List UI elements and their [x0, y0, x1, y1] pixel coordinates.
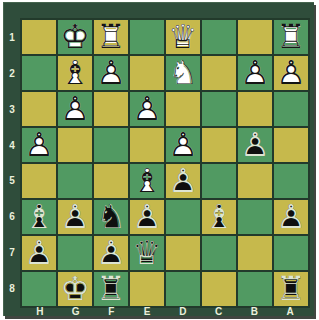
square-g2[interactable]: ♝♗	[58, 56, 92, 90]
square-a2[interactable]: ♟♙	[274, 56, 308, 90]
piece-white-pawn[interactable]: ♟♙	[22, 128, 56, 162]
square-e5[interactable]: ♝♗	[130, 164, 164, 198]
king-icon: ♚	[58, 18, 92, 56]
king-outline-icon: ♔	[58, 18, 92, 56]
knight-icon: ♞	[94, 198, 128, 236]
rank-labels: 12345678	[4, 20, 20, 306]
square-d7[interactable]	[166, 236, 200, 270]
piece-black-pawn[interactable]: ♟♙	[58, 200, 92, 234]
square-a6[interactable]: ♟♙	[274, 200, 308, 234]
rook-icon: ♜	[274, 18, 308, 56]
rook-icon: ♜	[94, 18, 128, 56]
square-e4[interactable]	[130, 128, 164, 162]
piece-black-king[interactable]: ♚♔	[58, 272, 92, 306]
piece-white-bishop[interactable]: ♝♗	[130, 164, 164, 198]
file-label-h: H	[22, 307, 58, 317]
square-b2[interactable]: ♟♙	[238, 56, 272, 90]
square-g7[interactable]	[58, 236, 92, 270]
piece-black-pawn[interactable]: ♟♙	[94, 236, 128, 270]
bishop-icon: ♝	[130, 162, 164, 200]
square-c1[interactable]	[202, 20, 236, 54]
pawn-outline-icon: ♙	[238, 126, 272, 164]
pawn-icon: ♟	[94, 234, 128, 272]
rank-label-2: 2	[4, 56, 20, 92]
king-icon: ♚	[58, 270, 92, 308]
piece-black-pawn[interactable]: ♟♙	[166, 164, 200, 198]
square-c7[interactable]	[202, 236, 236, 270]
square-f3[interactable]	[94, 92, 128, 126]
king-outline-icon: ♔	[58, 270, 92, 308]
file-label-a: A	[272, 307, 308, 317]
piece-white-bishop[interactable]: ♝♗	[58, 56, 92, 90]
queen-icon: ♛	[166, 18, 200, 56]
pawn-icon: ♟	[238, 126, 272, 164]
pawn-outline-icon: ♙	[130, 90, 164, 128]
rank-label-7: 7	[4, 235, 20, 271]
knight-outline-icon: ♘	[166, 54, 200, 92]
square-a4[interactable]	[274, 128, 308, 162]
square-c6[interactable]: ♝♗	[202, 200, 236, 234]
square-e7[interactable]: ♛♕	[130, 236, 164, 270]
square-c8[interactable]	[202, 272, 236, 306]
square-f6[interactable]: ♞♘	[94, 200, 128, 234]
file-label-e: E	[129, 307, 165, 317]
rank-label-8: 8	[4, 270, 20, 306]
square-b7[interactable]	[238, 236, 272, 270]
square-c3[interactable]	[202, 92, 236, 126]
piece-black-queen[interactable]: ♛♕	[130, 236, 164, 270]
pawn-icon: ♟	[22, 126, 56, 164]
pawn-icon: ♟	[130, 198, 164, 236]
bishop-icon: ♝	[202, 198, 236, 236]
square-a1[interactable]: ♜♖	[274, 20, 308, 54]
queen-outline-icon: ♕	[130, 234, 164, 272]
square-d5[interactable]: ♟♙	[166, 164, 200, 198]
pawn-icon: ♟	[58, 90, 92, 128]
rank-label-1: 1	[4, 20, 20, 56]
square-d1[interactable]: ♛♕	[166, 20, 200, 54]
piece-white-pawn[interactable]: ♟♙	[238, 56, 272, 90]
rank-label-3: 3	[4, 92, 20, 128]
square-h6[interactable]: ♝♗	[22, 200, 56, 234]
square-b6[interactable]	[238, 200, 272, 234]
square-h8[interactable]	[22, 272, 56, 306]
square-d2[interactable]: ♞♘	[166, 56, 200, 90]
square-h5[interactable]	[22, 164, 56, 198]
square-a7[interactable]	[274, 236, 308, 270]
piece-black-bishop[interactable]: ♝♗	[22, 200, 56, 234]
pawn-outline-icon: ♙	[166, 126, 200, 164]
square-a5[interactable]	[274, 164, 308, 198]
square-g6[interactable]: ♟♙	[58, 200, 92, 234]
pawn-outline-icon: ♙	[58, 198, 92, 236]
pawn-outline-icon: ♙	[22, 126, 56, 164]
pawn-outline-icon: ♙	[274, 198, 308, 236]
pawn-outline-icon: ♙	[130, 198, 164, 236]
square-f2[interactable]: ♟♙	[94, 56, 128, 90]
knight-icon: ♞	[166, 54, 200, 92]
piece-black-bishop[interactable]: ♝♗	[202, 200, 236, 234]
rook-icon: ♜	[274, 270, 308, 308]
square-a3[interactable]	[274, 92, 308, 126]
piece-black-pawn[interactable]: ♟♙	[238, 128, 272, 162]
file-label-b: B	[237, 307, 273, 317]
pawn-icon: ♟	[58, 198, 92, 236]
square-h1[interactable]	[22, 20, 56, 54]
rank-label-4: 4	[4, 127, 20, 163]
piece-black-pawn[interactable]: ♟♙	[274, 200, 308, 234]
square-b4[interactable]: ♟♙	[238, 128, 272, 162]
piece-black-knight[interactable]: ♞♘	[94, 200, 128, 234]
piece-white-knight[interactable]: ♞♘	[166, 56, 200, 90]
pawn-icon: ♟	[238, 54, 272, 92]
square-f7[interactable]: ♟♙	[94, 236, 128, 270]
square-f4[interactable]	[94, 128, 128, 162]
square-e2[interactable]	[130, 56, 164, 90]
piece-white-king[interactable]: ♚♔	[58, 20, 92, 54]
square-e3[interactable]: ♟♙	[130, 92, 164, 126]
square-g1[interactable]: ♚♔	[58, 20, 92, 54]
piece-white-pawn[interactable]: ♟♙	[166, 128, 200, 162]
bishop-icon: ♝	[58, 54, 92, 92]
pawn-icon: ♟	[130, 90, 164, 128]
pawn-icon: ♟	[94, 54, 128, 92]
piece-black-pawn[interactable]: ♟♙	[130, 200, 164, 234]
square-g3[interactable]: ♟♙	[58, 92, 92, 126]
pawn-icon: ♟	[166, 126, 200, 164]
square-h2[interactable]	[22, 56, 56, 90]
square-f1[interactable]: ♜♖	[94, 20, 128, 54]
square-g4[interactable]	[58, 128, 92, 162]
square-h7[interactable]: ♟♙	[22, 236, 56, 270]
rook-icon: ♜	[94, 270, 128, 308]
board-grid: ♚♔♜♖♛♕♜♖♝♗♟♙♞♘♟♙♟♙♟♙♟♙♟♙♟♙♟♙♝♗♟♙♝♗♟♙♞♘♟♙…	[20, 18, 310, 308]
square-e1[interactable]	[130, 20, 164, 54]
queen-outline-icon: ♕	[166, 18, 200, 56]
bishop-outline-icon: ♗	[22, 198, 56, 236]
pawn-outline-icon: ♙	[238, 54, 272, 92]
bishop-outline-icon: ♗	[202, 198, 236, 236]
piece-black-rook[interactable]: ♜♖	[94, 272, 128, 306]
file-labels: HGFEDCBA	[22, 307, 308, 317]
bishop-outline-icon: ♗	[58, 54, 92, 92]
piece-white-pawn[interactable]: ♟♙	[94, 56, 128, 90]
pawn-icon: ♟	[166, 162, 200, 200]
square-b8[interactable]	[238, 272, 272, 306]
square-b1[interactable]	[238, 20, 272, 54]
bishop-outline-icon: ♗	[130, 162, 164, 200]
rook-outline-icon: ♖	[274, 270, 308, 308]
piece-black-pawn[interactable]: ♟♙	[22, 236, 56, 270]
piece-white-pawn[interactable]: ♟♙	[130, 92, 164, 126]
queen-icon: ♛	[130, 234, 164, 272]
square-d8[interactable]	[166, 272, 200, 306]
pawn-icon: ♟	[274, 198, 308, 236]
pawn-outline-icon: ♙	[22, 234, 56, 272]
piece-black-rook[interactable]: ♜♖	[274, 272, 308, 306]
square-h3[interactable]	[22, 92, 56, 126]
knight-outline-icon: ♘	[94, 198, 128, 236]
square-c2[interactable]	[202, 56, 236, 90]
square-e6[interactable]: ♟♙	[130, 200, 164, 234]
pawn-icon: ♟	[22, 234, 56, 272]
pawn-outline-icon: ♙	[94, 234, 128, 272]
square-f8[interactable]: ♜♖	[94, 272, 128, 306]
piece-white-queen[interactable]: ♛♕	[166, 20, 200, 54]
piece-white-pawn[interactable]: ♟♙	[58, 92, 92, 126]
square-f5[interactable]	[94, 164, 128, 198]
square-a8[interactable]: ♜♖	[274, 272, 308, 306]
rook-outline-icon: ♖	[274, 18, 308, 56]
pawn-icon: ♟	[274, 54, 308, 92]
square-b5[interactable]	[238, 164, 272, 198]
pawn-outline-icon: ♙	[58, 90, 92, 128]
piece-white-rook[interactable]: ♜♖	[274, 20, 308, 54]
square-c5[interactable]	[202, 164, 236, 198]
file-label-d: D	[165, 307, 201, 317]
bishop-icon: ♝	[22, 198, 56, 236]
square-g5[interactable]	[58, 164, 92, 198]
file-label-g: G	[58, 307, 94, 317]
pawn-outline-icon: ♙	[94, 54, 128, 92]
piece-white-rook[interactable]: ♜♖	[94, 20, 128, 54]
square-g8[interactable]: ♚♔	[58, 272, 92, 306]
square-d3[interactable]	[166, 92, 200, 126]
square-e8[interactable]	[130, 272, 164, 306]
square-b3[interactable]	[238, 92, 272, 126]
pawn-outline-icon: ♙	[166, 162, 200, 200]
board-frame: 12345678 ♚♔♜♖♛♕♜♖♝♗♟♙♞♘♟♙♟♙♟♙♟♙♟♙♟♙♟♙♝♗♟…	[3, 2, 314, 316]
rook-outline-icon: ♖	[94, 270, 128, 308]
rank-label-6: 6	[4, 199, 20, 235]
rook-outline-icon: ♖	[94, 18, 128, 56]
square-h4[interactable]: ♟♙	[22, 128, 56, 162]
pawn-outline-icon: ♙	[274, 54, 308, 92]
square-d4[interactable]: ♟♙	[166, 128, 200, 162]
chess-diagram: 12345678 ♚♔♜♖♛♕♜♖♝♗♟♙♞♘♟♙♟♙♟♙♟♙♟♙♟♙♟♙♝♗♟…	[0, 0, 319, 320]
square-d6[interactable]	[166, 200, 200, 234]
rank-label-5: 5	[4, 163, 20, 199]
square-c4[interactable]	[202, 128, 236, 162]
file-label-f: F	[94, 307, 130, 317]
file-label-c: C	[201, 307, 237, 317]
piece-white-pawn[interactable]: ♟♙	[274, 56, 308, 90]
